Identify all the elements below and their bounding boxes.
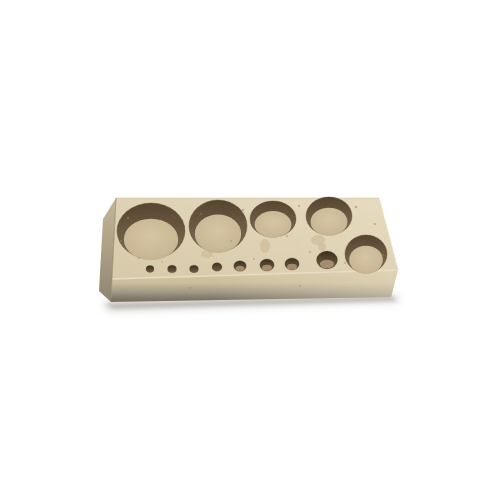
scene-canvas	[0, 0, 500, 500]
product-photo	[0, 0, 500, 500]
wood-grain-coarse-texture	[96, 193, 402, 307]
